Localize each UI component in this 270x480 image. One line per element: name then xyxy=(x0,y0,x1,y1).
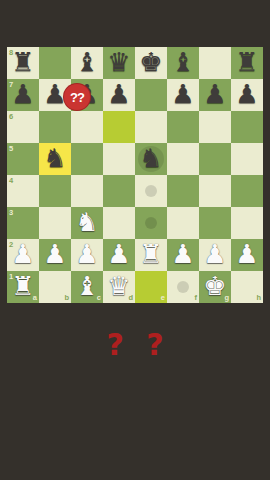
square-f4[interactable] xyxy=(167,175,199,207)
square-g3[interactable] xyxy=(199,207,231,239)
app-background: { "game": "chess", "position": { "fen": … xyxy=(0,0,270,480)
square-h1[interactable]: h xyxy=(231,271,263,303)
piece-white-pawn[interactable]: ♟ xyxy=(231,239,263,271)
square-h2[interactable]: ♟ xyxy=(231,239,263,271)
square-e6[interactable] xyxy=(135,111,167,143)
square-d2[interactable]: ♟ xyxy=(103,239,135,271)
square-a7[interactable]: 7♟ xyxy=(7,79,39,111)
square-e1[interactable]: e xyxy=(135,271,167,303)
square-d3[interactable] xyxy=(103,207,135,239)
square-b2[interactable]: ♟ xyxy=(39,239,71,271)
square-h8[interactable]: ♜ xyxy=(231,47,263,79)
piece-white-pawn[interactable]: ♟ xyxy=(167,239,199,271)
square-h5[interactable] xyxy=(231,143,263,175)
square-c2[interactable]: ♟ xyxy=(71,239,103,271)
square-h7[interactable]: ♟ xyxy=(231,79,263,111)
piece-white-pawn[interactable]: ♟ xyxy=(71,239,103,271)
square-c1[interactable]: c♝ xyxy=(71,271,103,303)
square-c5[interactable] xyxy=(71,143,103,175)
square-e3[interactable] xyxy=(135,207,167,239)
square-f6[interactable] xyxy=(167,111,199,143)
square-f5[interactable] xyxy=(167,143,199,175)
piece-black-pawn[interactable]: ♟ xyxy=(231,79,263,111)
rank-label-5: 5 xyxy=(9,144,13,153)
square-f3[interactable] xyxy=(167,207,199,239)
square-c6[interactable] xyxy=(71,111,103,143)
piece-black-pawn[interactable]: ♟ xyxy=(167,79,199,111)
square-a6[interactable]: 6 xyxy=(7,111,39,143)
rank-label-7: 7 xyxy=(9,80,13,89)
square-b5[interactable]: ♞ xyxy=(39,143,71,175)
square-a3[interactable]: 3 xyxy=(7,207,39,239)
piece-white-pawn[interactable]: ♟ xyxy=(39,239,71,271)
piece-black-knight[interactable]: ♞ xyxy=(39,143,71,175)
rank-label-4: 4 xyxy=(9,176,13,185)
square-b8[interactable] xyxy=(39,47,71,79)
file-label-h: h xyxy=(256,293,261,302)
chess-board: 8♜♝♛♚♝♜7♟♟♟♟♟♟♟65♞♞43♞2♟♟♟♟♜♟♟♟1a♜bc♝d♛e… xyxy=(7,47,263,303)
piece-white-pawn[interactable]: ♟ xyxy=(103,239,135,271)
piece-black-king[interactable]: ♚ xyxy=(135,47,167,79)
file-label-c: c xyxy=(97,293,101,302)
square-g1[interactable]: g♚ xyxy=(199,271,231,303)
square-a1[interactable]: 1a♜ xyxy=(7,271,39,303)
piece-black-queen[interactable]: ♛ xyxy=(103,47,135,79)
piece-black-bishop[interactable]: ♝ xyxy=(167,47,199,79)
rank-label-2: 2 xyxy=(9,240,13,249)
square-d6[interactable] xyxy=(103,111,135,143)
square-e4[interactable] xyxy=(135,175,167,207)
square-a5[interactable]: 5 xyxy=(7,143,39,175)
file-label-b: b xyxy=(64,293,69,302)
square-g7[interactable]: ♟ xyxy=(199,79,231,111)
blunder-badge: ?? xyxy=(63,83,91,111)
blunder-badge-label: ?? xyxy=(70,90,84,105)
piece-black-pawn[interactable]: ♟ xyxy=(199,79,231,111)
rank-label-3: 3 xyxy=(9,208,13,217)
file-label-d: d xyxy=(128,293,133,302)
square-h4[interactable] xyxy=(231,175,263,207)
piece-white-rook[interactable]: ♜ xyxy=(135,239,167,271)
square-c3[interactable]: ♞ xyxy=(71,207,103,239)
square-d8[interactable]: ♛ xyxy=(103,47,135,79)
rank-label-6: 6 xyxy=(9,112,13,121)
square-e8[interactable]: ♚ xyxy=(135,47,167,79)
file-label-g: g xyxy=(224,293,229,302)
file-label-a: a xyxy=(33,293,37,302)
square-g4[interactable] xyxy=(199,175,231,207)
square-e5[interactable]: ♞ xyxy=(135,143,167,175)
square-d1[interactable]: d♛ xyxy=(103,271,135,303)
piece-white-knight[interactable]: ♞ xyxy=(71,207,103,239)
square-a2[interactable]: 2♟ xyxy=(7,239,39,271)
question-marks-caption: ? ? xyxy=(0,328,270,362)
rank-label-1: 1 xyxy=(9,272,13,281)
square-g5[interactable] xyxy=(199,143,231,175)
square-e2[interactable]: ♜ xyxy=(135,239,167,271)
square-h3[interactable] xyxy=(231,207,263,239)
square-c4[interactable] xyxy=(71,175,103,207)
file-label-f: f xyxy=(195,293,198,302)
square-g8[interactable] xyxy=(199,47,231,79)
square-f8[interactable]: ♝ xyxy=(167,47,199,79)
piece-black-rook[interactable]: ♜ xyxy=(231,47,263,79)
piece-black-knight[interactable]: ♞ xyxy=(135,143,167,175)
square-h6[interactable] xyxy=(231,111,263,143)
square-b3[interactable] xyxy=(39,207,71,239)
square-d5[interactable] xyxy=(103,143,135,175)
square-d4[interactable] xyxy=(103,175,135,207)
file-label-e: e xyxy=(161,293,165,302)
square-g2[interactable]: ♟ xyxy=(199,239,231,271)
rank-label-8: 8 xyxy=(9,48,13,57)
square-b1[interactable]: b xyxy=(39,271,71,303)
piece-black-pawn[interactable]: ♟ xyxy=(103,79,135,111)
square-b6[interactable] xyxy=(39,111,71,143)
square-f7[interactable]: ♟ xyxy=(167,79,199,111)
square-b4[interactable] xyxy=(39,175,71,207)
square-f2[interactable]: ♟ xyxy=(167,239,199,271)
piece-white-pawn[interactable]: ♟ xyxy=(199,239,231,271)
square-f1[interactable]: f xyxy=(167,271,199,303)
square-c8[interactable]: ♝ xyxy=(71,47,103,79)
square-d7[interactable]: ♟ xyxy=(103,79,135,111)
square-a4[interactable]: 4 xyxy=(7,175,39,207)
square-g6[interactable] xyxy=(199,111,231,143)
square-a8[interactable]: 8♜ xyxy=(7,47,39,79)
square-e7[interactable] xyxy=(135,79,167,111)
piece-black-bishop[interactable]: ♝ xyxy=(71,47,103,79)
